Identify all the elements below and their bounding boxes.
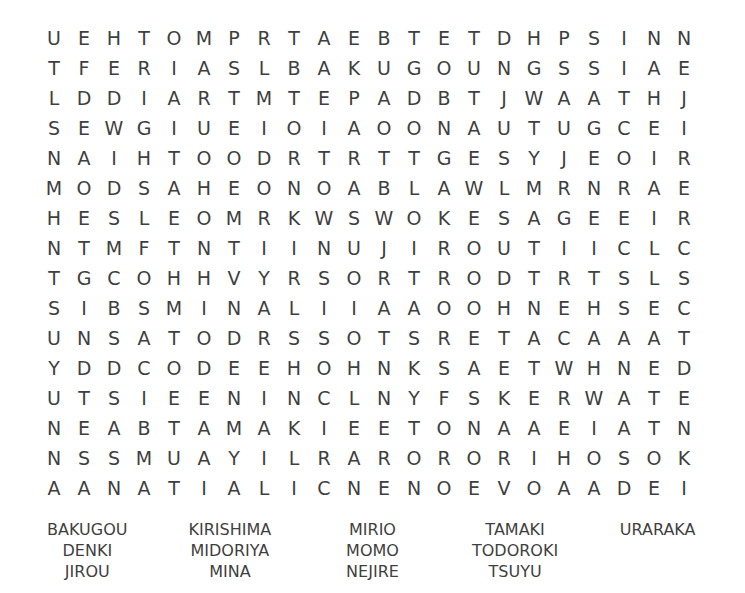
grid-cell[interactable]: A	[249, 413, 279, 443]
grid-cell[interactable]: E	[669, 173, 699, 203]
grid-cell[interactable]: R	[309, 443, 339, 473]
grid-cell[interactable]: O	[339, 263, 369, 293]
grid-cell[interactable]: M	[159, 293, 189, 323]
grid-cell[interactable]: E	[549, 413, 579, 443]
grid-cell[interactable]: I	[249, 233, 279, 263]
grid-cell[interactable]: A	[639, 323, 669, 353]
grid-cell[interactable]: T	[39, 53, 69, 83]
grid-cell[interactable]: U	[159, 443, 189, 473]
grid-cell[interactable]: U	[39, 323, 69, 353]
grid-cell[interactable]: A	[339, 113, 369, 143]
grid-cell[interactable]: J	[549, 143, 579, 173]
grid-cell[interactable]: N	[579, 173, 609, 203]
grid-cell[interactable]: O	[459, 293, 489, 323]
grid-cell[interactable]: O	[189, 143, 219, 173]
grid-cell[interactable]: A	[369, 293, 399, 323]
grid-cell[interactable]: S	[309, 323, 339, 353]
grid-cell[interactable]: D	[249, 143, 279, 173]
grid-cell[interactable]: S	[129, 293, 159, 323]
grid-cell[interactable]: O	[219, 143, 249, 173]
grid-cell[interactable]: T	[399, 413, 429, 443]
grid-cell[interactable]: N	[39, 143, 69, 173]
grid-cell[interactable]: O	[579, 443, 609, 473]
grid-cell[interactable]: U	[39, 383, 69, 413]
grid-cell[interactable]: R	[549, 173, 579, 203]
grid-cell[interactable]: U	[489, 233, 519, 263]
grid-cell[interactable]: E	[159, 383, 189, 413]
grid-cell[interactable]: T	[219, 233, 249, 263]
grid-cell[interactable]: T	[609, 83, 639, 113]
grid-cell[interactable]: D	[489, 23, 519, 53]
grid-cell[interactable]: S	[459, 383, 489, 413]
grid-cell[interactable]: G	[549, 203, 579, 233]
grid-cell[interactable]: N	[39, 413, 69, 443]
grid-cell[interactable]: V	[219, 263, 249, 293]
grid-cell[interactable]: T	[159, 233, 189, 263]
grid-cell[interactable]: I	[189, 293, 219, 323]
grid-cell[interactable]: N	[309, 233, 339, 263]
grid-cell[interactable]: A	[609, 413, 639, 443]
grid-cell[interactable]: S	[339, 203, 369, 233]
grid-cell[interactable]: E	[489, 353, 519, 383]
grid-cell[interactable]: O	[249, 173, 279, 203]
grid-cell[interactable]: F	[129, 233, 159, 263]
grid-cell[interactable]: O	[429, 413, 459, 443]
grid-cell[interactable]: I	[189, 473, 219, 503]
grid-cell[interactable]: G	[399, 53, 429, 83]
grid-cell[interactable]: S	[279, 323, 309, 353]
grid-cell[interactable]: K	[339, 53, 369, 83]
grid-cell[interactable]: A	[309, 53, 339, 83]
grid-cell[interactable]: B	[99, 293, 129, 323]
grid-cell[interactable]: N	[189, 233, 219, 263]
grid-cell[interactable]: B	[369, 173, 399, 203]
grid-cell[interactable]: S	[219, 53, 249, 83]
grid-cell[interactable]: A	[519, 203, 549, 233]
grid-cell[interactable]: B	[369, 23, 399, 53]
grid-cell[interactable]: H	[189, 263, 219, 293]
grid-cell[interactable]: G	[429, 143, 459, 173]
grid-cell[interactable]: L	[129, 203, 159, 233]
grid-cell[interactable]: S	[579, 23, 609, 53]
grid-cell[interactable]: Y	[519, 143, 549, 173]
grid-cell[interactable]: M	[249, 83, 279, 113]
grid-cell[interactable]: O	[429, 53, 459, 83]
grid-cell[interactable]: B	[429, 83, 459, 113]
grid-cell[interactable]: N	[489, 53, 519, 83]
grid-cell[interactable]: A	[219, 473, 249, 503]
grid-cell[interactable]: A	[369, 83, 399, 113]
grid-cell[interactable]: D	[489, 263, 519, 293]
grid-cell[interactable]: A	[69, 473, 99, 503]
grid-cell[interactable]: I	[399, 233, 429, 263]
grid-cell[interactable]: A	[339, 443, 369, 473]
grid-cell[interactable]: I	[309, 113, 339, 143]
grid-cell[interactable]: R	[549, 383, 579, 413]
grid-cell[interactable]: T	[39, 263, 69, 293]
grid-cell[interactable]: J	[369, 233, 399, 263]
grid-cell[interactable]: T	[459, 23, 489, 53]
grid-cell[interactable]: E	[309, 83, 339, 113]
grid-cell[interactable]: R	[429, 263, 459, 293]
grid-cell[interactable]: M	[219, 203, 249, 233]
grid-cell[interactable]: F	[429, 383, 459, 413]
grid-cell[interactable]: D	[99, 173, 129, 203]
grid-cell[interactable]: L	[399, 173, 429, 203]
grid-cell[interactable]: E	[69, 203, 99, 233]
grid-cell[interactable]: E	[369, 473, 399, 503]
grid-cell[interactable]: I	[519, 443, 549, 473]
grid-cell[interactable]: D	[69, 353, 99, 383]
grid-cell[interactable]: R	[279, 143, 309, 173]
grid-cell[interactable]: E	[639, 293, 669, 323]
grid-cell[interactable]: I	[279, 473, 309, 503]
grid-cell[interactable]: T	[309, 143, 339, 173]
grid-cell[interactable]: I	[639, 143, 669, 173]
grid-cell[interactable]: H	[579, 353, 609, 383]
grid-cell[interactable]: H	[489, 293, 519, 323]
grid-cell[interactable]: O	[639, 443, 669, 473]
grid-cell[interactable]: U	[339, 233, 369, 263]
grid-cell[interactable]: M	[129, 443, 159, 473]
grid-cell[interactable]: O	[159, 23, 189, 53]
grid-cell[interactable]: K	[669, 443, 699, 473]
grid-cell[interactable]: I	[639, 203, 669, 233]
grid-cell[interactable]: O	[609, 143, 639, 173]
grid-cell[interactable]: J	[489, 83, 519, 113]
grid-cell[interactable]: U	[489, 113, 519, 143]
grid-cell[interactable]: R	[549, 263, 579, 293]
grid-cell[interactable]: A	[429, 173, 459, 203]
grid-cell[interactable]: H	[549, 443, 579, 473]
grid-cell[interactable]: E	[459, 323, 489, 353]
grid-cell[interactable]: A	[189, 53, 219, 83]
grid-cell[interactable]: H	[519, 23, 549, 53]
grid-cell[interactable]: B	[129, 413, 159, 443]
grid-cell[interactable]: S	[609, 443, 639, 473]
grid-cell[interactable]: R	[489, 443, 519, 473]
grid-cell[interactable]: A	[579, 323, 609, 353]
grid-cell[interactable]: R	[279, 263, 309, 293]
grid-cell[interactable]: O	[339, 323, 369, 353]
grid-cell[interactable]: M	[219, 413, 249, 443]
grid-cell[interactable]: S	[579, 53, 609, 83]
grid-cell[interactable]: H	[279, 353, 309, 383]
grid-cell[interactable]: U	[189, 113, 219, 143]
grid-cell[interactable]: Y	[219, 443, 249, 473]
grid-cell[interactable]: N	[369, 353, 399, 383]
grid-cell[interactable]: C	[309, 383, 339, 413]
grid-cell[interactable]: N	[609, 353, 639, 383]
grid-cell[interactable]: R	[609, 173, 639, 203]
grid-cell[interactable]: A	[339, 173, 369, 203]
grid-cell[interactable]: T	[159, 323, 189, 353]
grid-cell[interactable]: E	[639, 113, 669, 143]
grid-cell[interactable]: E	[219, 173, 249, 203]
grid-cell[interactable]: H	[159, 263, 189, 293]
grid-cell[interactable]: A	[639, 173, 669, 203]
grid-cell[interactable]: A	[189, 443, 219, 473]
grid-cell[interactable]: D	[219, 323, 249, 353]
grid-cell[interactable]: N	[39, 443, 69, 473]
grid-cell[interactable]: N	[669, 413, 699, 443]
grid-cell[interactable]: A	[519, 323, 549, 353]
grid-cell[interactable]: L	[339, 383, 369, 413]
grid-cell[interactable]: E	[579, 143, 609, 173]
grid-cell[interactable]: C	[609, 113, 639, 143]
grid-cell[interactable]: E	[459, 143, 489, 173]
grid-cell[interactable]: D	[99, 83, 129, 113]
grid-cell[interactable]: I	[549, 233, 579, 263]
grid-cell[interactable]: A	[519, 413, 549, 443]
grid-cell[interactable]: E	[69, 23, 99, 53]
grid-cell[interactable]: S	[309, 263, 339, 293]
grid-cell[interactable]: U	[39, 23, 69, 53]
grid-cell[interactable]: E	[459, 203, 489, 233]
grid-cell[interactable]: A	[549, 473, 579, 503]
grid-cell[interactable]: A	[639, 53, 669, 83]
grid-cell[interactable]: T	[519, 113, 549, 143]
grid-cell[interactable]: N	[219, 383, 249, 413]
grid-cell[interactable]: W	[579, 383, 609, 413]
grid-cell[interactable]: I	[669, 113, 699, 143]
grid-cell[interactable]: A	[459, 113, 489, 143]
grid-cell[interactable]: I	[249, 113, 279, 143]
grid-cell[interactable]: S	[129, 173, 159, 203]
grid-cell[interactable]: I	[309, 413, 339, 443]
grid-cell[interactable]: T	[279, 83, 309, 113]
grid-cell[interactable]: C	[669, 293, 699, 323]
grid-cell[interactable]: C	[309, 473, 339, 503]
grid-cell[interactable]: C	[549, 323, 579, 353]
grid-cell[interactable]: A	[579, 83, 609, 113]
grid-cell[interactable]: R	[429, 323, 459, 353]
grid-cell[interactable]: S	[669, 263, 699, 293]
grid-cell[interactable]: T	[129, 23, 159, 53]
grid-cell[interactable]: G	[129, 113, 159, 143]
grid-cell[interactable]: P	[339, 83, 369, 113]
grid-cell[interactable]: T	[669, 323, 699, 353]
grid-cell[interactable]: T	[399, 23, 429, 53]
grid-cell[interactable]: L	[639, 233, 669, 263]
grid-cell[interactable]: A	[69, 143, 99, 173]
grid-cell[interactable]: L	[279, 293, 309, 323]
grid-cell[interactable]: Y	[39, 353, 69, 383]
grid-cell[interactable]: I	[99, 143, 129, 173]
grid-cell[interactable]: M	[189, 23, 219, 53]
grid-cell[interactable]: R	[249, 203, 279, 233]
grid-cell[interactable]: R	[669, 143, 699, 173]
grid-cell[interactable]: O	[429, 473, 459, 503]
grid-cell[interactable]: D	[99, 353, 129, 383]
grid-cell[interactable]: A	[249, 293, 279, 323]
grid-cell[interactable]: E	[339, 413, 369, 443]
grid-cell[interactable]: O	[309, 353, 339, 383]
grid-cell[interactable]: I	[309, 293, 339, 323]
grid-cell[interactable]: I	[249, 443, 279, 473]
grid-cell[interactable]: H	[639, 83, 669, 113]
grid-cell[interactable]: O	[159, 353, 189, 383]
grid-cell[interactable]: G	[69, 263, 99, 293]
grid-cell[interactable]: E	[579, 203, 609, 233]
grid-cell[interactable]: J	[669, 83, 699, 113]
grid-cell[interactable]: E	[639, 473, 669, 503]
grid-cell[interactable]: R	[669, 203, 699, 233]
grid-cell[interactable]: Y	[399, 383, 429, 413]
grid-cell[interactable]: D	[189, 353, 219, 383]
grid-cell[interactable]: I	[129, 83, 159, 113]
grid-cell[interactable]: R	[249, 323, 279, 353]
grid-cell[interactable]: T	[519, 263, 549, 293]
grid-cell[interactable]: N	[99, 473, 129, 503]
grid-cell[interactable]: A	[609, 323, 639, 353]
grid-cell[interactable]: O	[519, 473, 549, 503]
grid-cell[interactable]: U	[369, 53, 399, 83]
grid-cell[interactable]: E	[609, 203, 639, 233]
grid-cell[interactable]: N	[69, 323, 99, 353]
grid-cell[interactable]: M	[39, 173, 69, 203]
grid-cell[interactable]: I	[69, 293, 99, 323]
grid-cell[interactable]: N	[279, 383, 309, 413]
grid-cell[interactable]: I	[129, 383, 159, 413]
grid-cell[interactable]: O	[459, 263, 489, 293]
grid-cell[interactable]: T	[519, 233, 549, 263]
grid-cell[interactable]: E	[189, 383, 219, 413]
grid-cell[interactable]: O	[369, 113, 399, 143]
grid-cell[interactable]: C	[669, 233, 699, 263]
grid-cell[interactable]: W	[369, 203, 399, 233]
grid-cell[interactable]: H	[339, 353, 369, 383]
grid-cell[interactable]: N	[519, 293, 549, 323]
grid-cell[interactable]: E	[339, 23, 369, 53]
grid-cell[interactable]: L	[39, 83, 69, 113]
grid-cell[interactable]: I	[609, 23, 639, 53]
grid-cell[interactable]: O	[459, 233, 489, 263]
grid-cell[interactable]: E	[69, 413, 99, 443]
grid-cell[interactable]: R	[429, 233, 459, 263]
grid-cell[interactable]: S	[429, 353, 459, 383]
grid-cell[interactable]: A	[129, 473, 159, 503]
grid-cell[interactable]: E	[549, 293, 579, 323]
grid-cell[interactable]: G	[579, 113, 609, 143]
grid-cell[interactable]: O	[189, 203, 219, 233]
grid-cell[interactable]: A	[549, 83, 579, 113]
grid-cell[interactable]: A	[489, 413, 519, 443]
grid-cell[interactable]: E	[99, 53, 129, 83]
grid-cell[interactable]: A	[609, 383, 639, 413]
grid-cell[interactable]: W	[549, 353, 579, 383]
grid-cell[interactable]: N	[459, 413, 489, 443]
grid-cell[interactable]: D	[609, 473, 639, 503]
grid-cell[interactable]: K	[279, 413, 309, 443]
grid-cell[interactable]: S	[39, 293, 69, 323]
grid-cell[interactable]: O	[189, 323, 219, 353]
grid-cell[interactable]: L	[489, 173, 519, 203]
grid-cell[interactable]: N	[219, 293, 249, 323]
grid-cell[interactable]: S	[549, 53, 579, 83]
grid-cell[interactable]: T	[489, 323, 519, 353]
grid-cell[interactable]: O	[279, 113, 309, 143]
grid-cell[interactable]: A	[309, 23, 339, 53]
grid-cell[interactable]: K	[399, 353, 429, 383]
grid-cell[interactable]: E	[459, 473, 489, 503]
grid-cell[interactable]: N	[669, 23, 699, 53]
grid-cell[interactable]: E	[69, 113, 99, 143]
grid-cell[interactable]: P	[219, 23, 249, 53]
grid-cell[interactable]: H	[129, 143, 159, 173]
grid-cell[interactable]: D	[69, 83, 99, 113]
grid-cell[interactable]: N	[369, 383, 399, 413]
grid-cell[interactable]: N	[399, 473, 429, 503]
grid-cell[interactable]: P	[549, 23, 579, 53]
grid-cell[interactable]: I	[579, 233, 609, 263]
grid-cell[interactable]: T	[369, 323, 399, 353]
grid-cell[interactable]: C	[129, 353, 159, 383]
grid-cell[interactable]: V	[489, 473, 519, 503]
grid-cell[interactable]: H	[99, 23, 129, 53]
grid-cell[interactable]: H	[579, 293, 609, 323]
grid-cell[interactable]: E	[669, 53, 699, 83]
grid-cell[interactable]: C	[609, 233, 639, 263]
grid-cell[interactable]: L	[249, 53, 279, 83]
grid-cell[interactable]: K	[279, 203, 309, 233]
grid-cell[interactable]: T	[159, 473, 189, 503]
grid-cell[interactable]: A	[39, 473, 69, 503]
grid-cell[interactable]: I	[279, 233, 309, 263]
grid-cell[interactable]: L	[639, 263, 669, 293]
grid-cell[interactable]: A	[189, 413, 219, 443]
grid-cell[interactable]: S	[609, 263, 639, 293]
grid-cell[interactable]: B	[279, 53, 309, 83]
grid-cell[interactable]: C	[99, 263, 129, 293]
grid-cell[interactable]: K	[429, 203, 459, 233]
grid-cell[interactable]: E	[669, 383, 699, 413]
grid-cell[interactable]: S	[489, 143, 519, 173]
grid-cell[interactable]: S	[99, 323, 129, 353]
grid-cell[interactable]: A	[399, 293, 429, 323]
grid-cell[interactable]: U	[459, 53, 489, 83]
grid-cell[interactable]: G	[519, 53, 549, 83]
grid-cell[interactable]: S	[609, 293, 639, 323]
grid-cell[interactable]: I	[669, 473, 699, 503]
grid-cell[interactable]: E	[429, 23, 459, 53]
grid-cell[interactable]: S	[399, 323, 429, 353]
grid-cell[interactable]: I	[159, 113, 189, 143]
grid-cell[interactable]: T	[219, 83, 249, 113]
grid-cell[interactable]: E	[519, 383, 549, 413]
grid-cell[interactable]: T	[369, 143, 399, 173]
grid-cell[interactable]: I	[159, 53, 189, 83]
grid-cell[interactable]: F	[69, 53, 99, 83]
grid-cell[interactable]: N	[639, 23, 669, 53]
grid-cell[interactable]: T	[639, 383, 669, 413]
grid-cell[interactable]: E	[219, 113, 249, 143]
grid-cell[interactable]: A	[459, 353, 489, 383]
grid-cell[interactable]: R	[339, 143, 369, 173]
grid-cell[interactable]: E	[369, 413, 399, 443]
grid-cell[interactable]: S	[39, 113, 69, 143]
grid-cell[interactable]: S	[69, 443, 99, 473]
grid-cell[interactable]: T	[519, 353, 549, 383]
grid-cell[interactable]: O	[309, 173, 339, 203]
grid-cell[interactable]: W	[459, 173, 489, 203]
grid-cell[interactable]: I	[249, 383, 279, 413]
grid-cell[interactable]: N	[429, 113, 459, 143]
grid-cell[interactable]: K	[489, 383, 519, 413]
grid-cell[interactable]: T	[579, 263, 609, 293]
grid-cell[interactable]: T	[159, 143, 189, 173]
grid-cell[interactable]: W	[519, 83, 549, 113]
